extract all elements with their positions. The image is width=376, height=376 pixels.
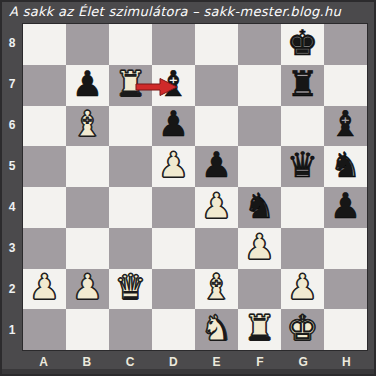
square-c2: ♛ — [109, 269, 152, 310]
piece-white-king: ♚ — [287, 311, 318, 346]
square-e1: ♞ — [195, 309, 238, 350]
bottom-border — [2, 369, 374, 374]
square-h8 — [324, 24, 367, 65]
piece-white-knight: ♞ — [201, 311, 232, 346]
piece-white-bishop: ♝ — [201, 270, 232, 305]
piece-black-queen: ♛ — [287, 148, 318, 183]
square-b6: ♝ — [66, 106, 109, 147]
piece-white-rook: ♜ — [115, 67, 146, 102]
square-c4 — [109, 187, 152, 228]
square-e2: ♝ — [195, 269, 238, 310]
piece-black-bishop: ♝ — [158, 67, 189, 102]
chess-diagram-window: A sakk az Élet szimulátora – sakk-mester… — [0, 0, 376, 376]
square-g8: ♚ — [281, 24, 324, 65]
square-f2 — [238, 269, 281, 310]
square-b8 — [66, 24, 109, 65]
piece-white-pawn: ♟ — [287, 270, 318, 305]
rank-label-6: 6 — [2, 105, 22, 146]
square-c7: ♜ — [109, 65, 152, 106]
square-e5: ♟ — [195, 146, 238, 187]
square-c3 — [109, 228, 152, 269]
square-g1: ♚ — [281, 309, 324, 350]
square-e3 — [195, 228, 238, 269]
piece-black-pawn: ♟ — [72, 67, 103, 102]
file-label-c: C — [109, 354, 152, 370]
square-a1 — [23, 309, 66, 350]
square-d3 — [152, 228, 195, 269]
square-f8 — [238, 24, 281, 65]
rank-label-7: 7 — [2, 64, 22, 105]
file-labels: ABCDEFGH — [22, 354, 368, 370]
chess-board: ♚♟♜♝♜♝♟♝♟♟♛♞♟♞♟♟♟♟♛♝♟♞♜♚ — [22, 23, 368, 351]
file-label-e: E — [195, 354, 238, 370]
file-label-d: D — [152, 354, 195, 370]
rank-label-4: 4 — [2, 187, 22, 228]
piece-black-knight: ♞ — [330, 148, 361, 183]
rank-label-3: 3 — [2, 228, 22, 269]
rank-label-2: 2 — [2, 269, 22, 310]
square-b7: ♟ — [66, 65, 109, 106]
rank-labels: 87654321 — [2, 23, 22, 351]
square-c5 — [109, 146, 152, 187]
piece-black-pawn: ♟ — [158, 107, 189, 142]
square-g7: ♜ — [281, 65, 324, 106]
square-d5: ♟ — [152, 146, 195, 187]
piece-white-bishop: ♝ — [72, 107, 103, 142]
square-f6 — [238, 106, 281, 147]
rank-label-1: 1 — [2, 310, 22, 351]
square-c1 — [109, 309, 152, 350]
square-e8 — [195, 24, 238, 65]
square-h5: ♞ — [324, 146, 367, 187]
square-e7 — [195, 65, 238, 106]
square-c8 — [109, 24, 152, 65]
square-a5 — [23, 146, 66, 187]
piece-white-pawn: ♟ — [244, 230, 275, 265]
square-d2 — [152, 269, 195, 310]
square-d1 — [152, 309, 195, 350]
square-b1 — [66, 309, 109, 350]
piece-black-bishop: ♝ — [330, 107, 361, 142]
square-h1 — [324, 309, 367, 350]
square-b5 — [66, 146, 109, 187]
file-label-b: B — [65, 354, 108, 370]
square-h4: ♟ — [324, 187, 367, 228]
square-h3 — [324, 228, 367, 269]
piece-white-rook: ♜ — [244, 311, 275, 346]
square-d4 — [152, 187, 195, 228]
square-g2: ♟ — [281, 269, 324, 310]
square-g6 — [281, 106, 324, 147]
square-g4 — [281, 187, 324, 228]
square-b3 — [66, 228, 109, 269]
piece-white-pawn: ♟ — [29, 270, 60, 305]
square-g5: ♛ — [281, 146, 324, 187]
file-label-g: G — [282, 354, 325, 370]
square-a4 — [23, 187, 66, 228]
file-label-h: H — [325, 354, 368, 370]
square-g3 — [281, 228, 324, 269]
square-d7: ♝ — [152, 65, 195, 106]
square-f3: ♟ — [238, 228, 281, 269]
piece-black-pawn: ♟ — [330, 189, 361, 224]
square-a8 — [23, 24, 66, 65]
square-a6 — [23, 106, 66, 147]
piece-white-pawn: ♟ — [72, 270, 103, 305]
page-title: A sakk az Élet szimulátora – sakk-mester… — [2, 2, 374, 23]
square-f4: ♞ — [238, 187, 281, 228]
square-e6 — [195, 106, 238, 147]
file-label-f: F — [238, 354, 281, 370]
square-d6: ♟ — [152, 106, 195, 147]
square-a3 — [23, 228, 66, 269]
square-f1: ♜ — [238, 309, 281, 350]
square-a7 — [23, 65, 66, 106]
square-b2: ♟ — [66, 269, 109, 310]
square-f5 — [238, 146, 281, 187]
square-h2 — [324, 269, 367, 310]
piece-white-pawn: ♟ — [201, 189, 232, 224]
square-c6 — [109, 106, 152, 147]
piece-black-king: ♚ — [287, 26, 318, 61]
piece-white-queen: ♛ — [115, 270, 146, 305]
piece-black-rook: ♜ — [287, 67, 318, 102]
square-d8 — [152, 24, 195, 65]
square-a2: ♟ — [23, 269, 66, 310]
square-e4: ♟ — [195, 187, 238, 228]
rank-label-8: 8 — [2, 23, 22, 64]
piece-black-pawn: ♟ — [201, 148, 232, 183]
file-label-a: A — [22, 354, 65, 370]
piece-white-pawn: ♟ — [158, 148, 189, 183]
square-f7 — [238, 65, 281, 106]
square-h7 — [324, 65, 367, 106]
rank-label-5: 5 — [2, 146, 22, 187]
square-b4 — [66, 187, 109, 228]
piece-black-knight: ♞ — [244, 189, 275, 224]
square-h6: ♝ — [324, 106, 367, 147]
